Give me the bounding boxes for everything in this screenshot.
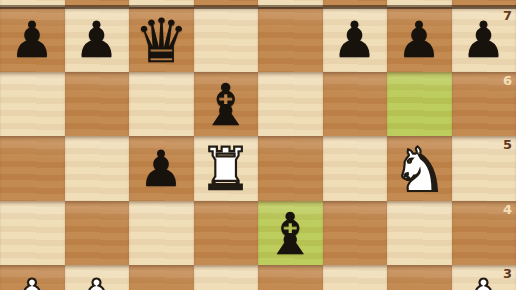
square-e4[interactable]: ♝: [258, 201, 323, 266]
square-e8[interactable]: [258, 0, 323, 7]
rank-label-5: 5: [503, 138, 512, 151]
square-d3[interactable]: [194, 265, 259, 290]
square-h8[interactable]: 8: [452, 0, 516, 7]
square-b5[interactable]: [65, 136, 130, 201]
square-g6[interactable]: [387, 72, 452, 137]
square-g7[interactable]: ♟: [387, 7, 452, 72]
black-pawn[interactable]: ♟: [397, 15, 442, 65]
square-h6[interactable]: 6: [452, 72, 516, 137]
square-a4[interactable]: [0, 201, 65, 266]
black-bishop[interactable]: ♝: [200, 76, 252, 134]
square-f6[interactable]: [323, 72, 388, 137]
square-b8[interactable]: [65, 0, 130, 7]
square-f7[interactable]: ♟: [323, 7, 388, 72]
square-e6[interactable]: [258, 72, 323, 137]
square-d6[interactable]: ♝: [194, 72, 259, 137]
square-f5[interactable]: [323, 136, 388, 201]
square-b3[interactable]: ♟: [65, 265, 130, 290]
square-c5[interactable]: ♟: [129, 136, 194, 201]
square-a8[interactable]: [0, 0, 65, 7]
chess-board-viewport: 8♟♟♛♟♟7♟♝6♟♜♞5♝4♟♟3♟: [0, 0, 516, 290]
square-f8[interactable]: [323, 0, 388, 7]
white-rook[interactable]: ♜: [200, 140, 252, 198]
square-a6[interactable]: [0, 72, 65, 137]
square-c3[interactable]: [129, 265, 194, 290]
square-g4[interactable]: [387, 201, 452, 266]
rank-label-6: 6: [503, 74, 512, 87]
square-a3[interactable]: ♟: [0, 265, 65, 290]
white-knight[interactable]: ♞: [392, 139, 447, 200]
square-g8[interactable]: [387, 0, 452, 7]
black-pawn[interactable]: ♟: [461, 15, 506, 65]
black-pawn[interactable]: ♟: [74, 15, 119, 65]
square-f3[interactable]: [323, 265, 388, 290]
square-h4[interactable]: 4: [452, 201, 516, 266]
square-d5[interactable]: ♜: [194, 136, 259, 201]
square-d7[interactable]: [194, 7, 259, 72]
square-e5[interactable]: [258, 136, 323, 201]
rank-label-4: 4: [503, 203, 512, 216]
square-a5[interactable]: [0, 136, 65, 201]
square-g3[interactable]: [387, 265, 452, 290]
black-pawn[interactable]: ♟: [139, 144, 184, 194]
square-c4[interactable]: [129, 201, 194, 266]
white-pawn[interactable]: ♟: [74, 273, 119, 290]
square-g5[interactable]: ♞: [387, 136, 452, 201]
square-c6[interactable]: [129, 72, 194, 137]
black-pawn[interactable]: ♟: [332, 15, 377, 65]
square-e7[interactable]: [258, 7, 323, 72]
square-a7[interactable]: ♟: [0, 7, 65, 72]
square-d8[interactable]: [194, 0, 259, 7]
black-pawn[interactable]: ♟: [10, 15, 55, 65]
square-d4[interactable]: [194, 201, 259, 266]
square-h5[interactable]: 5: [452, 136, 516, 201]
square-h7[interactable]: 7♟: [452, 7, 516, 72]
square-b7[interactable]: ♟: [65, 7, 130, 72]
black-queen[interactable]: ♛: [134, 10, 189, 71]
square-c7[interactable]: ♛: [129, 7, 194, 72]
square-f4[interactable]: [323, 201, 388, 266]
white-pawn[interactable]: ♟: [10, 273, 55, 290]
white-pawn[interactable]: ♟: [461, 273, 506, 290]
black-bishop[interactable]: ♝: [264, 205, 316, 263]
square-e3[interactable]: [258, 265, 323, 290]
square-b4[interactable]: [65, 201, 130, 266]
square-b6[interactable]: [65, 72, 130, 137]
chess-board: 8♟♟♛♟♟7♟♝6♟♜♞5♝4♟♟3♟: [0, 0, 516, 290]
square-h3[interactable]: 3♟: [452, 265, 516, 290]
